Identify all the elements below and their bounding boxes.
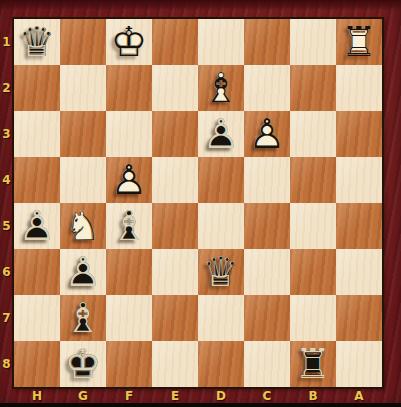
white-rook-fill-glyph: ♜: [336, 19, 382, 65]
black-queen-outline-glyph: ♕: [198, 249, 244, 295]
piece-white-king-f1[interactable]: ♚♔: [106, 19, 152, 65]
square-c1[interactable]: [244, 19, 290, 65]
white-rook-outline-glyph: ♖: [336, 19, 382, 65]
square-c3[interactable]: ♟♙: [244, 111, 290, 157]
piece-white-bishop-d2[interactable]: ♝♗: [198, 65, 244, 111]
white-knight-fill-glyph: ♞: [60, 203, 106, 249]
square-e3[interactable]: [152, 111, 198, 157]
black-pawn-fill-glyph: ♟: [14, 203, 60, 249]
piece-black-pawn-d3[interactable]: ♟♙: [198, 111, 244, 157]
square-e6[interactable]: [152, 249, 198, 295]
file-label-e: E: [152, 389, 198, 403]
file-label-a: A: [336, 389, 382, 403]
square-a7[interactable]: [336, 295, 382, 341]
white-knight-outline-glyph: ♘: [60, 203, 106, 249]
piece-white-pawn-c3[interactable]: ♟♙: [244, 111, 290, 157]
black-queen-outline-glyph: ♕: [14, 19, 60, 65]
black-bishop-outline-glyph: ♗: [60, 295, 106, 341]
square-b2[interactable]: [290, 65, 336, 111]
square-f5[interactable]: ♝♗: [106, 203, 152, 249]
square-e7[interactable]: [152, 295, 198, 341]
black-pawn-fill-glyph: ♟: [198, 111, 244, 157]
square-g1[interactable]: [60, 19, 106, 65]
square-e8[interactable]: [152, 341, 198, 387]
file-label-h: H: [14, 389, 60, 403]
square-d2[interactable]: ♝♗: [198, 65, 244, 111]
square-d6[interactable]: ♛♕: [198, 249, 244, 295]
file-label-d: D: [198, 389, 244, 403]
square-a3[interactable]: [336, 111, 382, 157]
square-f2[interactable]: [106, 65, 152, 111]
square-b8[interactable]: ♜♖: [290, 341, 336, 387]
square-e1[interactable]: [152, 19, 198, 65]
square-c7[interactable]: [244, 295, 290, 341]
square-a5[interactable]: [336, 203, 382, 249]
white-pawn-fill-glyph: ♟: [106, 157, 152, 203]
black-queen-fill-glyph: ♛: [198, 249, 244, 295]
square-c5[interactable]: [244, 203, 290, 249]
black-pawn-outline-glyph: ♙: [60, 249, 106, 295]
black-king-outline-glyph: ♔: [60, 341, 106, 387]
square-d7[interactable]: [198, 295, 244, 341]
white-pawn-fill-glyph: ♟: [244, 111, 290, 157]
frame-top-shade: [0, 0, 401, 10]
black-pawn-outline-glyph: ♙: [14, 203, 60, 249]
piece-white-rook-a1[interactable]: ♜♖: [336, 19, 382, 65]
black-bishop-outline-glyph: ♗: [106, 203, 152, 249]
square-c2[interactable]: [244, 65, 290, 111]
file-label-f: F: [106, 389, 152, 403]
square-b7[interactable]: [290, 295, 336, 341]
piece-black-pawn-g6[interactable]: ♟♙: [60, 249, 106, 295]
square-d1[interactable]: [198, 19, 244, 65]
square-a4[interactable]: [336, 157, 382, 203]
square-f3[interactable]: [106, 111, 152, 157]
white-king-fill-glyph: ♚: [106, 19, 152, 65]
square-c8[interactable]: [244, 341, 290, 387]
bottom-edge-strip: [0, 403, 401, 407]
black-bishop-fill-glyph: ♝: [60, 295, 106, 341]
chess-board-frame: 12345678 ♛♕♚♔♜♖♝♗♟♙♟♙♟♙♟♙♞♘♝♗♟♙♛♕♝♗♚♔♜♖ …: [0, 0, 401, 407]
black-rook-fill-glyph: ♜: [290, 341, 336, 387]
black-queen-fill-glyph: ♛: [14, 19, 60, 65]
square-h3[interactable]: [14, 111, 60, 157]
square-e4[interactable]: [152, 157, 198, 203]
square-e5[interactable]: [152, 203, 198, 249]
square-h8[interactable]: [14, 341, 60, 387]
square-f6[interactable]: [106, 249, 152, 295]
square-f8[interactable]: [106, 341, 152, 387]
white-pawn-outline-glyph: ♙: [244, 111, 290, 157]
piece-white-pawn-f4[interactable]: ♟♙: [106, 157, 152, 203]
square-g2[interactable]: [60, 65, 106, 111]
square-e2[interactable]: [152, 65, 198, 111]
square-a2[interactable]: [336, 65, 382, 111]
square-d3[interactable]: ♟♙: [198, 111, 244, 157]
file-label-b: B: [290, 389, 336, 403]
piece-black-rook-b8[interactable]: ♜♖: [290, 341, 336, 387]
white-bishop-fill-glyph: ♝: [198, 65, 244, 111]
square-f1[interactable]: ♚♔: [106, 19, 152, 65]
square-c4[interactable]: [244, 157, 290, 203]
black-pawn-fill-glyph: ♟: [60, 249, 106, 295]
square-h6[interactable]: [14, 249, 60, 295]
square-b4[interactable]: [290, 157, 336, 203]
piece-black-queen-h1[interactable]: ♛♕: [14, 19, 60, 65]
square-d8[interactable]: [198, 341, 244, 387]
white-pawn-outline-glyph: ♙: [106, 157, 152, 203]
square-c6[interactable]: [244, 249, 290, 295]
black-bishop-fill-glyph: ♝: [106, 203, 152, 249]
square-g4[interactable]: [60, 157, 106, 203]
piece-black-bishop-g7[interactable]: ♝♗: [60, 295, 106, 341]
file-labels: HGFEDCBA: [14, 389, 382, 403]
board-border: ♛♕♚♔♜♖♝♗♟♙♟♙♟♙♟♙♞♘♝♗♟♙♛♕♝♗♚♔♜♖: [12, 17, 384, 389]
square-b3[interactable]: [290, 111, 336, 157]
square-d4[interactable]: [198, 157, 244, 203]
square-a6[interactable]: [336, 249, 382, 295]
square-h2[interactable]: [14, 65, 60, 111]
square-h1[interactable]: ♛♕: [14, 19, 60, 65]
piece-black-bishop-f5[interactable]: ♝♗: [106, 203, 152, 249]
square-d5[interactable]: [198, 203, 244, 249]
square-a1[interactable]: ♜♖: [336, 19, 382, 65]
white-bishop-outline-glyph: ♗: [198, 65, 244, 111]
white-king-outline-glyph: ♔: [106, 19, 152, 65]
square-b1[interactable]: [290, 19, 336, 65]
square-g3[interactable]: [60, 111, 106, 157]
black-rook-outline-glyph: ♖: [290, 341, 336, 387]
square-g8[interactable]: ♚♔: [60, 341, 106, 387]
square-f4[interactable]: ♟♙: [106, 157, 152, 203]
square-g7[interactable]: ♝♗: [60, 295, 106, 341]
square-h5[interactable]: ♟♙: [14, 203, 60, 249]
piece-black-king-g8[interactable]: ♚♔: [60, 341, 106, 387]
piece-white-knight-g5[interactable]: ♞♘: [60, 203, 106, 249]
black-pawn-outline-glyph: ♙: [198, 111, 244, 157]
black-king-fill-glyph: ♚: [60, 341, 106, 387]
square-b6[interactable]: [290, 249, 336, 295]
square-b5[interactable]: [290, 203, 336, 249]
square-h7[interactable]: [14, 295, 60, 341]
file-label-g: G: [60, 389, 106, 403]
square-g6[interactable]: ♟♙: [60, 249, 106, 295]
square-g5[interactable]: ♞♘: [60, 203, 106, 249]
square-f7[interactable]: [106, 295, 152, 341]
file-label-c: C: [244, 389, 290, 403]
square-a8[interactable]: [336, 341, 382, 387]
square-h4[interactable]: [14, 157, 60, 203]
piece-black-pawn-h5[interactable]: ♟♙: [14, 203, 60, 249]
piece-black-queen-d6[interactable]: ♛♕: [198, 249, 244, 295]
chess-board: ♛♕♚♔♜♖♝♗♟♙♟♙♟♙♟♙♞♘♝♗♟♙♛♕♝♗♚♔♜♖: [14, 19, 382, 387]
